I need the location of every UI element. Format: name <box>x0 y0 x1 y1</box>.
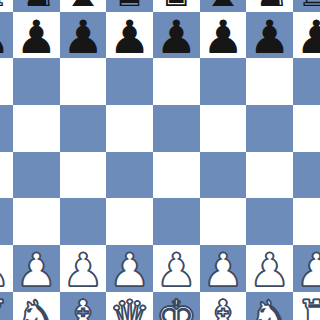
square-c5[interactable] <box>60 105 107 152</box>
square-b2[interactable]: ♟ <box>13 245 60 292</box>
square-d7[interactable]: ♟ <box>106 12 153 59</box>
piece-white-pawn[interactable]: ♟ <box>156 247 197 293</box>
square-e5[interactable] <box>153 105 200 152</box>
square-e1[interactable]: ♚ <box>153 292 200 320</box>
piece-black-pawn[interactable]: ♟ <box>109 14 150 60</box>
square-e4[interactable] <box>153 152 200 199</box>
square-f5[interactable] <box>200 105 247 152</box>
square-d5[interactable] <box>106 105 153 152</box>
chess-board-viewport: ♜♞♝♛♚♝♞♜♟♟♟♟♟♟♟♟♟♟♟♟♟♟♟♟♜♞♝♛♚♝♞♜ <box>0 0 320 320</box>
square-b5[interactable] <box>13 105 60 152</box>
piece-black-pawn[interactable]: ♟ <box>0 14 10 60</box>
piece-black-pawn[interactable]: ♟ <box>202 14 243 60</box>
piece-white-pawn[interactable]: ♟ <box>109 247 150 293</box>
piece-white-pawn[interactable]: ♟ <box>296 247 320 293</box>
square-h6[interactable] <box>293 58 320 105</box>
piece-white-bishop[interactable]: ♝ <box>62 294 103 320</box>
square-g7[interactable]: ♟ <box>246 12 293 59</box>
square-b1[interactable]: ♞ <box>13 292 60 320</box>
square-f6[interactable] <box>200 58 247 105</box>
piece-white-knight[interactable]: ♞ <box>249 294 290 320</box>
piece-white-bishop[interactable]: ♝ <box>202 294 243 320</box>
square-h2[interactable]: ♟ <box>293 245 320 292</box>
piece-white-pawn[interactable]: ♟ <box>202 247 243 293</box>
square-d2[interactable]: ♟ <box>106 245 153 292</box>
square-g3[interactable] <box>246 198 293 245</box>
square-f4[interactable] <box>200 152 247 199</box>
square-a7[interactable]: ♟ <box>0 12 13 59</box>
square-e2[interactable]: ♟ <box>153 245 200 292</box>
square-e7[interactable]: ♟ <box>153 12 200 59</box>
square-e6[interactable] <box>153 58 200 105</box>
square-d6[interactable] <box>106 58 153 105</box>
piece-white-pawn[interactable]: ♟ <box>0 247 10 293</box>
square-a4[interactable] <box>0 152 13 199</box>
square-a5[interactable] <box>0 105 13 152</box>
piece-black-pawn[interactable]: ♟ <box>296 14 320 60</box>
square-f3[interactable] <box>200 198 247 245</box>
square-c3[interactable] <box>60 198 107 245</box>
piece-black-pawn[interactable]: ♟ <box>62 14 103 60</box>
piece-white-pawn[interactable]: ♟ <box>249 247 290 293</box>
square-d1[interactable]: ♛ <box>106 292 153 320</box>
square-c1[interactable]: ♝ <box>60 292 107 320</box>
square-f7[interactable]: ♟ <box>200 12 247 59</box>
piece-white-knight[interactable]: ♞ <box>16 294 57 320</box>
square-b4[interactable] <box>13 152 60 199</box>
piece-white-rook[interactable]: ♜ <box>296 294 320 320</box>
square-g4[interactable] <box>246 152 293 199</box>
piece-white-king[interactable]: ♚ <box>156 294 197 320</box>
square-a2[interactable]: ♟ <box>0 245 13 292</box>
square-a1[interactable]: ♜ <box>0 292 13 320</box>
square-h5[interactable] <box>293 105 320 152</box>
piece-white-rook[interactable]: ♜ <box>0 294 10 320</box>
square-c6[interactable] <box>60 58 107 105</box>
square-h1[interactable]: ♜ <box>293 292 320 320</box>
square-f2[interactable]: ♟ <box>200 245 247 292</box>
piece-black-pawn[interactable]: ♟ <box>156 14 197 60</box>
square-d3[interactable] <box>106 198 153 245</box>
square-a6[interactable] <box>0 58 13 105</box>
piece-black-pawn[interactable]: ♟ <box>16 14 57 60</box>
square-f1[interactable]: ♝ <box>200 292 247 320</box>
piece-black-pawn[interactable]: ♟ <box>249 14 290 60</box>
chess-board: ♜♞♝♛♚♝♞♜♟♟♟♟♟♟♟♟♟♟♟♟♟♟♟♟♜♞♝♛♚♝♞♜ <box>0 0 320 320</box>
square-c7[interactable]: ♟ <box>60 12 107 59</box>
square-c4[interactable] <box>60 152 107 199</box>
square-b7[interactable]: ♟ <box>13 12 60 59</box>
piece-white-queen[interactable]: ♛ <box>109 294 150 320</box>
square-g6[interactable] <box>246 58 293 105</box>
square-b6[interactable] <box>13 58 60 105</box>
square-h7[interactable]: ♟ <box>293 12 320 59</box>
piece-white-pawn[interactable]: ♟ <box>16 247 57 293</box>
piece-white-pawn[interactable]: ♟ <box>62 247 103 293</box>
square-e3[interactable] <box>153 198 200 245</box>
square-h4[interactable] <box>293 152 320 199</box>
square-g5[interactable] <box>246 105 293 152</box>
square-g2[interactable]: ♟ <box>246 245 293 292</box>
square-g1[interactable]: ♞ <box>246 292 293 320</box>
square-c2[interactable]: ♟ <box>60 245 107 292</box>
square-d4[interactable] <box>106 152 153 199</box>
square-h3[interactable] <box>293 198 320 245</box>
square-a3[interactable] <box>0 198 13 245</box>
square-b3[interactable] <box>13 198 60 245</box>
